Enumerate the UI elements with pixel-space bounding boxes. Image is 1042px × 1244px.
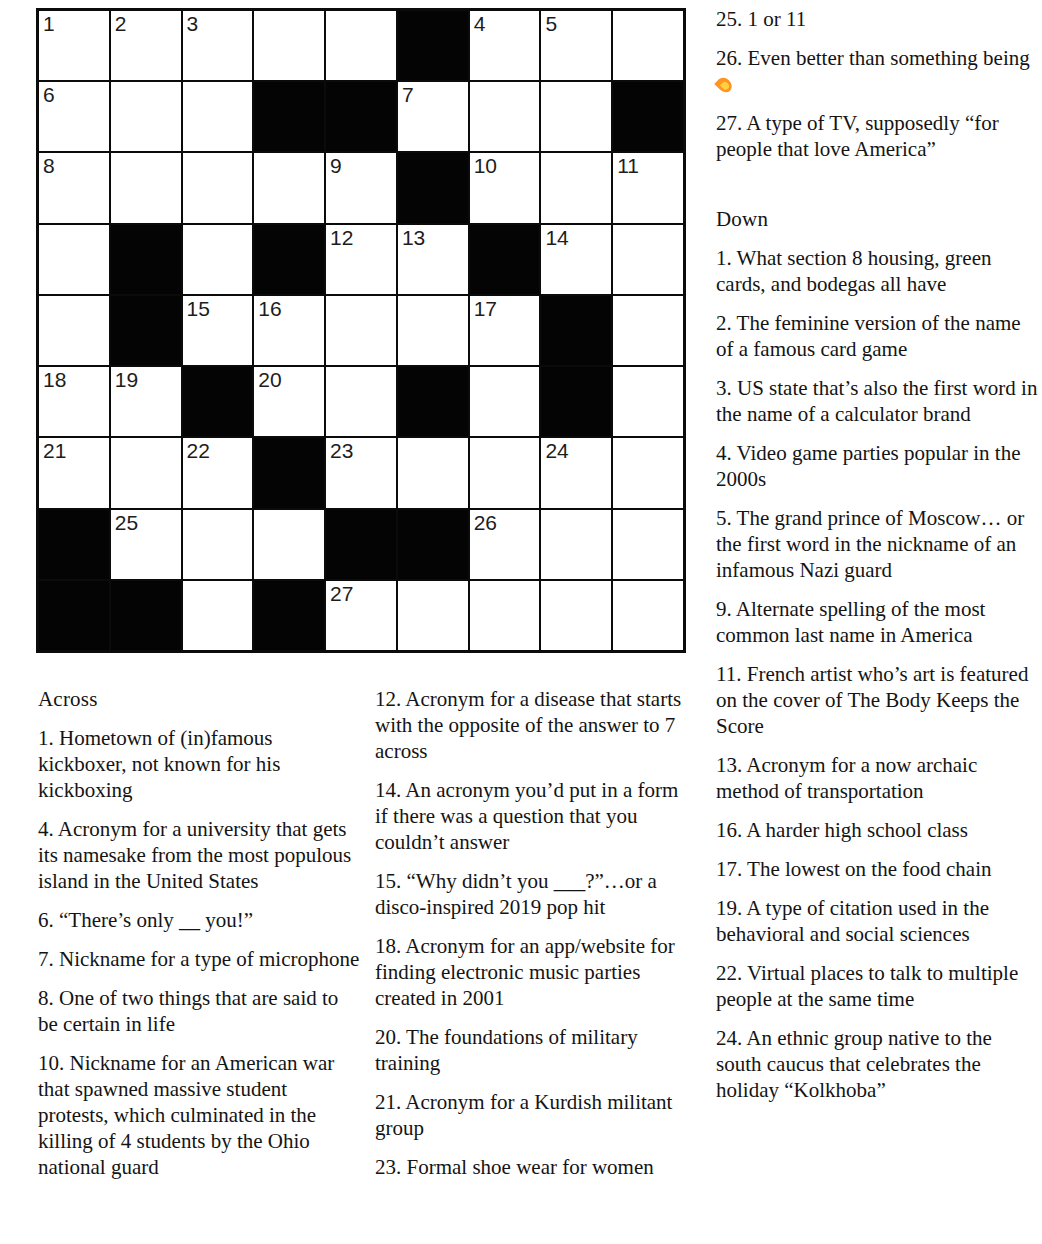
- black-cell-r3c6: [398, 153, 468, 222]
- across-clue-list-3: 25. 1 or 1126. Even better than somethin…: [716, 6, 1038, 162]
- black-cell-r6c3: [183, 367, 253, 436]
- across-clue-20: 20. The foundations of military training: [375, 1024, 691, 1076]
- black-cell-r9c1: [39, 581, 109, 650]
- black-cell-r6c6: [398, 367, 468, 436]
- cell-number-4: 4: [474, 12, 486, 36]
- cell-number-23: 23: [330, 439, 353, 463]
- cell-number-15: 15: [187, 297, 210, 321]
- cell-r2c6[interactable]: 7: [398, 82, 468, 151]
- down-clue-4: 4. Video game parties popular in the 200…: [716, 440, 1038, 492]
- across-clue-7: 7. Nickname for a type of microphone: [38, 946, 362, 972]
- black-cell-r6c8: [541, 367, 611, 436]
- cell-r6c7[interactable]: [470, 367, 540, 436]
- cell-r3c3[interactable]: [183, 153, 253, 222]
- black-cell-r9c4: [254, 581, 324, 650]
- cell-r1c5[interactable]: [326, 11, 396, 80]
- cell-number-24: 24: [545, 439, 568, 463]
- cell-r8c3[interactable]: [183, 510, 253, 579]
- cell-number-13: 13: [402, 226, 425, 250]
- cell-r6c9[interactable]: [613, 367, 683, 436]
- cell-r9c9[interactable]: [613, 581, 683, 650]
- cell-r4c6[interactable]: 13: [398, 225, 468, 294]
- across-clue-6: 6. “There’s only __ you!”: [38, 907, 362, 933]
- cell-r3c8[interactable]: [541, 153, 611, 222]
- cell-r6c4[interactable]: 20: [254, 367, 324, 436]
- cell-number-12: 12: [330, 226, 353, 250]
- cell-r7c8[interactable]: 24: [541, 438, 611, 507]
- cell-r9c5[interactable]: 27: [326, 581, 396, 650]
- cell-number-1: 1: [43, 12, 55, 36]
- cell-r1c7[interactable]: 4: [470, 11, 540, 80]
- fire-emoji: [714, 75, 735, 96]
- cell-r9c8[interactable]: [541, 581, 611, 650]
- cell-r2c1[interactable]: 6: [39, 82, 109, 151]
- cell-r1c8[interactable]: 5: [541, 11, 611, 80]
- cell-r7c1[interactable]: 21: [39, 438, 109, 507]
- black-cell-r2c9: [613, 82, 683, 151]
- down-clue-24: 24. An ethnic group native to the south …: [716, 1025, 1038, 1103]
- cell-number-11: 11: [617, 154, 639, 178]
- cell-r9c7[interactable]: [470, 581, 540, 650]
- cell-r6c1[interactable]: 18: [39, 367, 109, 436]
- across-clue-15: 15. “Why didn’t you ___?”…or a disco-ins…: [375, 868, 691, 920]
- black-cell-r2c4: [254, 82, 324, 151]
- cell-r1c9[interactable]: [613, 11, 683, 80]
- right-clues-column: 25. 1 or 1126. Even better than somethin…: [716, 6, 1038, 1116]
- cell-r7c7[interactable]: [470, 438, 540, 507]
- cell-r6c2[interactable]: 19: [111, 367, 181, 436]
- cell-r2c2[interactable]: [111, 82, 181, 151]
- cell-r4c5[interactable]: 12: [326, 225, 396, 294]
- cell-number-16: 16: [258, 297, 281, 321]
- across-clues-column-1: Across 1. Hometown of (in)famous kickbox…: [38, 686, 362, 1193]
- cell-r5c4[interactable]: 16: [254, 296, 324, 365]
- cell-number-7: 7: [402, 83, 414, 107]
- cell-r8c4[interactable]: [254, 510, 324, 579]
- cell-r1c4[interactable]: [254, 11, 324, 80]
- cell-r2c7[interactable]: [470, 82, 540, 151]
- cell-r7c5[interactable]: 23: [326, 438, 396, 507]
- down-clue-9: 9. Alternate spelling of the most common…: [716, 596, 1038, 648]
- across-clue-1: 1. Hometown of (in)famous kickboxer, not…: [38, 725, 362, 803]
- across-clue-21: 21. Acronym for a Kurdish militant group: [375, 1089, 691, 1141]
- down-clue-1: 1. What section 8 housing, green cards, …: [716, 245, 1038, 297]
- down-clue-16: 16. A harder high school class: [716, 817, 1038, 843]
- cell-r1c3[interactable]: 3: [183, 11, 253, 80]
- cell-number-9: 9: [330, 154, 342, 178]
- across-clue-14: 14. An acronym you’d put in a form if th…: [375, 777, 691, 855]
- across-clue-23: 23. Formal shoe wear for women: [375, 1154, 691, 1180]
- across-clue-8: 8. One of two things that are said to be…: [38, 985, 362, 1037]
- cell-number-25: 25: [115, 511, 138, 535]
- cell-number-20: 20: [258, 368, 281, 392]
- cell-r5c3[interactable]: 15: [183, 296, 253, 365]
- across-clue-4: 4. Acronym for a university that gets it…: [38, 816, 362, 894]
- cell-number-3: 3: [187, 12, 199, 36]
- black-cell-r5c2: [111, 296, 181, 365]
- across-clue-list-2: 12. Acronym for a disease that starts wi…: [375, 686, 691, 1180]
- cell-r1c1[interactable]: 1: [39, 11, 109, 80]
- cell-r9c3[interactable]: [183, 581, 253, 650]
- black-cell-r7c4: [254, 438, 324, 507]
- down-clue-17: 17. The lowest on the food chain: [716, 856, 1038, 882]
- cell-r5c9[interactable]: [613, 296, 683, 365]
- cell-r3c2[interactable]: [111, 153, 181, 222]
- cell-r8c9[interactable]: [613, 510, 683, 579]
- cell-number-2: 2: [115, 12, 127, 36]
- down-clue-list: 1. What section 8 housing, green cards, …: [716, 245, 1038, 1103]
- cell-r5c5[interactable]: [326, 296, 396, 365]
- black-cell-r4c4: [254, 225, 324, 294]
- across-clue-10: 10. Nickname for an American war that sp…: [38, 1050, 362, 1180]
- cell-number-14: 14: [545, 226, 568, 250]
- black-cell-r8c1: [39, 510, 109, 579]
- cell-r6c5[interactable]: [326, 367, 396, 436]
- black-cell-r5c8: [541, 296, 611, 365]
- cell-r9c6[interactable]: [398, 581, 468, 650]
- cell-r2c3[interactable]: [183, 82, 253, 151]
- cell-r4c1[interactable]: [39, 225, 109, 294]
- black-cell-r2c5: [326, 82, 396, 151]
- cell-r3c7[interactable]: 10: [470, 153, 540, 222]
- down-clue-3: 3. US state that’s also the first word i…: [716, 375, 1038, 427]
- black-cell-r8c6: [398, 510, 468, 579]
- cell-r4c3[interactable]: [183, 225, 253, 294]
- cell-r1c2[interactable]: 2: [111, 11, 181, 80]
- cell-r7c2[interactable]: [111, 438, 181, 507]
- down-clue-5: 5. The grand prince of Moscow… or the fi…: [716, 505, 1038, 583]
- black-cell-r1c6: [398, 11, 468, 80]
- down-clue-22: 22. Virtual places to talk to multiple p…: [716, 960, 1038, 1012]
- cell-r7c3[interactable]: 22: [183, 438, 253, 507]
- down-heading: Down: [716, 206, 1038, 232]
- across-clue-25: 25. 1 or 11: [716, 6, 1038, 32]
- cell-r8c7[interactable]: 26: [470, 510, 540, 579]
- cell-number-10: 10: [474, 154, 497, 178]
- cell-number-22: 22: [187, 439, 210, 463]
- across-clue-list-1: 1. Hometown of (in)famous kickboxer, not…: [38, 725, 362, 1180]
- cell-r3c1[interactable]: 8: [39, 153, 109, 222]
- crossword-grid: 1234567891011121314151617181920212223242…: [36, 8, 686, 653]
- down-clue-19: 19. A type of citation used in the behav…: [716, 895, 1038, 947]
- cell-number-6: 6: [43, 83, 55, 107]
- cell-r8c8[interactable]: [541, 510, 611, 579]
- across-clue-27: 27. A type of TV, supposedly “for people…: [716, 110, 1038, 162]
- cell-r5c6[interactable]: [398, 296, 468, 365]
- cell-r5c7[interactable]: 17: [470, 296, 540, 365]
- black-cell-r4c7: [470, 225, 540, 294]
- across-clues-column-2: 12. Acronym for a disease that starts wi…: [375, 686, 691, 1193]
- black-cell-r8c5: [326, 510, 396, 579]
- black-cell-r4c2: [111, 225, 181, 294]
- crossword-page: { "game": "crossword", "position": { "ro…: [0, 0, 1042, 1244]
- cell-number-17: 17: [474, 297, 497, 321]
- cell-number-18: 18: [43, 368, 66, 392]
- cell-r4c8[interactable]: 14: [541, 225, 611, 294]
- down-clue-11: 11. French artist who’s art is featured …: [716, 661, 1038, 739]
- down-clue-13: 13. Acronym for a now archaic method of …: [716, 752, 1038, 804]
- cell-number-27: 27: [330, 582, 353, 606]
- cell-number-26: 26: [474, 511, 497, 535]
- across-clue-26: 26. Even better than something being: [716, 45, 1038, 97]
- cell-r3c9[interactable]: 11: [613, 153, 683, 222]
- cell-r3c5[interactable]: 9: [326, 153, 396, 222]
- cell-number-8: 8: [43, 154, 55, 178]
- cell-r5c1[interactable]: [39, 296, 109, 365]
- across-clue-12: 12. Acronym for a disease that starts wi…: [375, 686, 691, 764]
- cell-r4c9[interactable]: [613, 225, 683, 294]
- cell-r7c9[interactable]: [613, 438, 683, 507]
- down-clue-2: 2. The feminine version of the name of a…: [716, 310, 1038, 362]
- cell-r8c2[interactable]: 25: [111, 510, 181, 579]
- across-clue-18: 18. Acronym for an app/website for findi…: [375, 933, 691, 1011]
- cell-number-5: 5: [545, 12, 557, 36]
- cell-number-19: 19: [115, 368, 138, 392]
- cell-r7c6[interactable]: [398, 438, 468, 507]
- across-heading: Across: [38, 686, 362, 712]
- cell-number-21: 21: [43, 439, 66, 463]
- black-cell-r9c2: [111, 581, 181, 650]
- cell-r3c4[interactable]: [254, 153, 324, 222]
- cell-r2c8[interactable]: [541, 82, 611, 151]
